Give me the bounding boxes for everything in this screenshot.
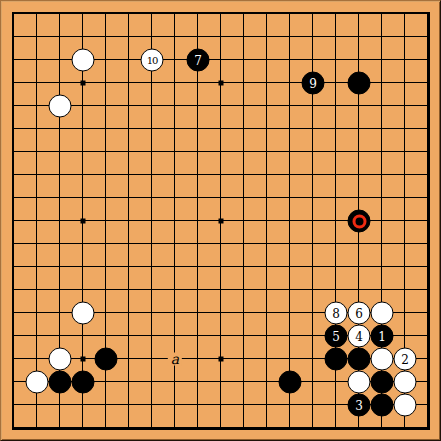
- stone-black: [371, 371, 394, 394]
- move-number: 5: [332, 330, 340, 342]
- stone-white: [26, 371, 49, 394]
- stone-black: [325, 348, 348, 371]
- stone-black-move-7: 7: [187, 49, 210, 72]
- stone-black: [348, 348, 371, 371]
- stone-white: [72, 302, 95, 325]
- move-number: 4: [355, 330, 363, 342]
- stone-black: [72, 371, 95, 394]
- stone-black-move-5: 5: [325, 325, 348, 348]
- move-number: 1: [378, 330, 386, 342]
- move-number: 6: [355, 307, 363, 319]
- stone-white: [394, 394, 417, 417]
- stone-black-move-1: 1: [371, 325, 394, 348]
- stone-white-move-10: 10: [141, 49, 164, 72]
- stone-white: [348, 371, 371, 394]
- stone-black-move-3: 3: [348, 394, 371, 417]
- stone-white: [394, 371, 417, 394]
- stone-black: [49, 371, 72, 394]
- go-board: a10798654123: [0, 0, 441, 441]
- stone-white-move-2: 2: [394, 348, 417, 371]
- stone-black: [279, 371, 302, 394]
- move-number: 9: [309, 77, 317, 89]
- stone-white: [72, 49, 95, 72]
- stone-black: [348, 72, 371, 95]
- red-circle-marker: [352, 214, 366, 228]
- move-number: 10: [147, 55, 158, 65]
- move-number: 3: [355, 399, 363, 411]
- stone-white-move-4: 4: [348, 325, 371, 348]
- move-number: 7: [194, 54, 202, 66]
- star-point: [219, 219, 224, 224]
- stone-black: [348, 210, 371, 233]
- stone-black-move-9: 9: [302, 72, 325, 95]
- star-point: [219, 81, 224, 86]
- move-number: 2: [401, 353, 409, 365]
- stone-white: [49, 95, 72, 118]
- stone-black: [95, 348, 118, 371]
- stone-black: [371, 394, 394, 417]
- star-point: [81, 357, 86, 362]
- stone-white-move-6: 6: [348, 302, 371, 325]
- star-point: [81, 219, 86, 224]
- star-point: [219, 357, 224, 362]
- stone-white: [371, 348, 394, 371]
- stone-white-move-8: 8: [325, 302, 348, 325]
- star-point: [81, 81, 86, 86]
- point-label-a: a: [168, 353, 182, 366]
- move-number: 8: [332, 307, 340, 319]
- stone-white: [371, 302, 394, 325]
- stone-white: [49, 348, 72, 371]
